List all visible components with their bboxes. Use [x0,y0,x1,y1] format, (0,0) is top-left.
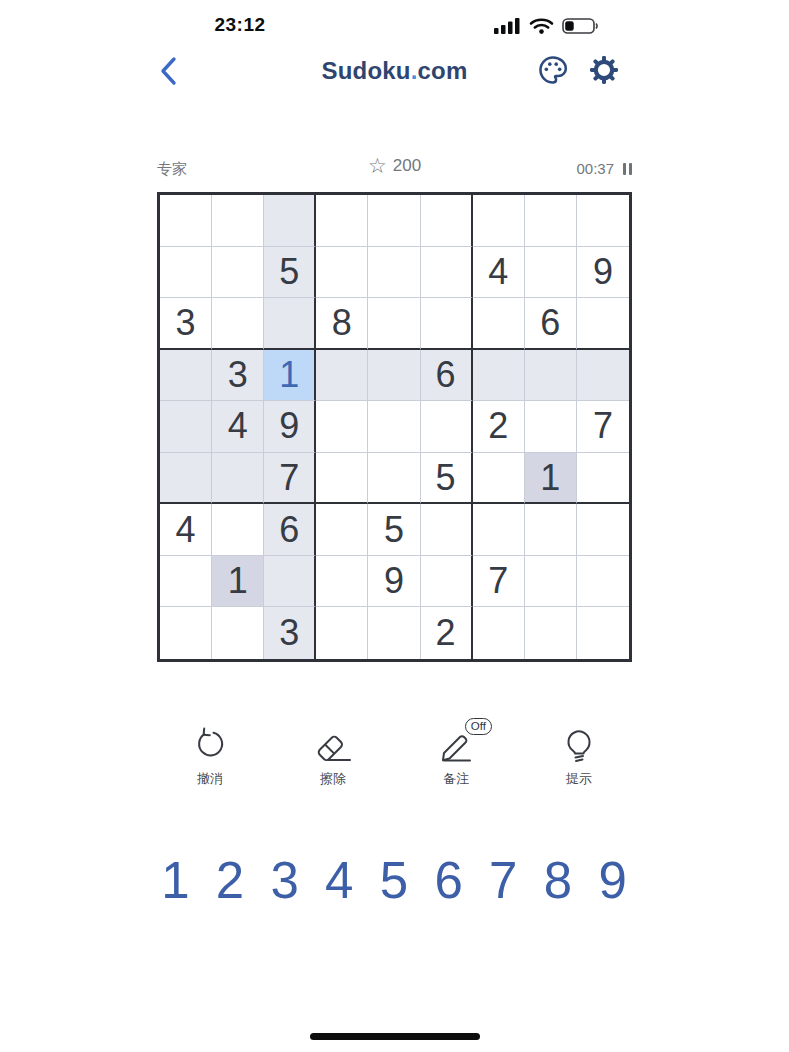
sudoku-app-screen: 23:12 [0,0,789,1052]
cell-r8c7[interactable]: 7 [473,556,525,608]
status-icons [494,17,644,39]
cell-r3c5[interactable] [368,298,420,350]
undo-label: 撤消 [197,770,223,788]
erase-button[interactable]: 擦除 [290,722,376,796]
cell-r5c3[interactable]: 9 [264,401,316,453]
hint-label: 提示 [566,770,592,788]
cell-r8c9[interactable] [577,556,629,608]
cell-r6c1[interactable] [160,453,212,505]
cell-r3c8[interactable]: 6 [525,298,577,350]
cell-r4c6[interactable]: 6 [421,350,473,402]
numpad-2[interactable]: 2 [216,855,244,906]
cell-r1c7[interactable] [473,195,525,247]
hint-button[interactable]: 提示 [536,722,622,796]
cell-r4c4[interactable] [316,350,368,402]
cell-r1c9[interactable] [577,195,629,247]
cell-r1c3[interactable] [264,195,316,247]
erase-label: 擦除 [320,770,346,788]
numpad-9[interactable]: 9 [598,855,626,906]
cell-r9c1[interactable] [160,607,212,659]
cell-r8c3[interactable] [264,556,316,608]
cell-r3c9[interactable] [577,298,629,350]
battery-icon [562,17,600,39]
cell-r4c1[interactable] [160,350,212,402]
cell-r8c4[interactable] [316,556,368,608]
undo-icon [191,722,229,766]
lightbulb-icon [561,722,597,766]
home-indicator[interactable] [310,1033,480,1040]
timer-display: 00:37 [500,160,632,177]
cell-r2c6[interactable] [421,247,473,299]
gear-icon [588,54,620,90]
cell-r1c4[interactable] [316,195,368,247]
cell-r4c5[interactable] [368,350,420,402]
cell-r8c6[interactable] [421,556,473,608]
status-time: 23:12 [190,14,290,36]
cell-r1c6[interactable] [421,195,473,247]
cell-r1c2[interactable] [212,195,264,247]
numpad-4[interactable]: 4 [325,855,353,906]
cell-r5c2[interactable]: 4 [212,401,264,453]
cell-r4c2[interactable]: 3 [212,350,264,402]
cell-r1c8[interactable] [525,195,577,247]
cell-r7c5[interactable]: 5 [368,504,420,556]
cell-r8c8[interactable] [525,556,577,608]
cell-r3c4[interactable]: 8 [316,298,368,350]
cell-r9c9[interactable] [577,607,629,659]
cell-r5c9[interactable]: 7 [577,401,629,453]
cell-r7c3[interactable]: 6 [264,504,316,556]
cell-r6c7[interactable] [473,453,525,505]
cell-r4c9[interactable] [577,350,629,402]
timer-value: 00:37 [576,160,614,177]
cell-r3c6[interactable] [421,298,473,350]
numpad-6[interactable]: 6 [434,855,462,906]
cell-r3c7[interactable] [473,298,525,350]
cellular-signal-icon [494,17,521,39]
cell-r8c1[interactable] [160,556,212,608]
numpad-3[interactable]: 3 [270,855,298,906]
cell-r6c2[interactable] [212,453,264,505]
cell-r7c1[interactable]: 4 [160,504,212,556]
cell-r9c5[interactable] [368,607,420,659]
cell-r5c6[interactable] [421,401,473,453]
app-title-dot: . [411,57,418,84]
settings-button[interactable] [586,54,622,90]
cell-r3c2[interactable] [212,298,264,350]
pause-icon [623,163,626,175]
cell-r6c8[interactable]: 1 [525,453,577,505]
cell-r9c4[interactable] [316,607,368,659]
cell-r4c3[interactable]: 1 [264,350,316,402]
cell-r9c6[interactable]: 2 [421,607,473,659]
star-icon: ☆ [368,156,387,176]
number-pad: 123456789 [148,843,640,917]
score-display: ☆ 200 [344,156,445,176]
cell-r9c3[interactable]: 3 [264,607,316,659]
theme-palette-button[interactable] [535,54,571,90]
score-value: 200 [393,156,421,176]
cell-r4c8[interactable] [525,350,577,402]
cell-r6c6[interactable]: 5 [421,453,473,505]
cell-r7c9[interactable] [577,504,629,556]
cell-r5c5[interactable] [368,401,420,453]
cell-r4c7[interactable] [473,350,525,402]
cell-r7c6[interactable] [421,504,473,556]
cell-r5c7[interactable]: 2 [473,401,525,453]
notes-button[interactable]: Off 备注 [413,722,499,796]
cell-r2c7[interactable]: 4 [473,247,525,299]
cell-r1c5[interactable] [368,195,420,247]
cell-r2c4[interactable] [316,247,368,299]
difficulty-label: 专家 [157,160,187,179]
pause-button[interactable] [623,162,632,175]
numpad-7[interactable]: 7 [489,855,517,906]
cell-r9c8[interactable] [525,607,577,659]
cell-r2c1[interactable] [160,247,212,299]
cell-r5c4[interactable] [316,401,368,453]
eraser-icon [312,722,354,766]
cell-r6c4[interactable] [316,453,368,505]
cell-r5c1[interactable] [160,401,212,453]
cell-r2c3[interactable]: 5 [264,247,316,299]
app-title: Sudoku.com [0,57,789,85]
cell-r6c5[interactable] [368,453,420,505]
numpad-5[interactable]: 5 [380,855,408,906]
cell-r1c1[interactable] [160,195,212,247]
cell-r8c2[interactable]: 1 [212,556,264,608]
cell-r8c5[interactable]: 9 [368,556,420,608]
wifi-icon [529,17,554,39]
cell-r5c8[interactable] [525,401,577,453]
numpad-1[interactable]: 1 [161,855,189,906]
cell-r2c5[interactable] [368,247,420,299]
pencil-icon: Off [436,722,476,766]
palette-icon [537,54,569,90]
cell-r9c2[interactable] [212,607,264,659]
app-title-main: Sudoku [321,57,410,84]
cell-r3c3[interactable] [264,298,316,350]
numpad-8[interactable]: 8 [544,855,572,906]
notes-label: 备注 [443,770,469,788]
cell-r2c2[interactable] [212,247,264,299]
cell-r7c2[interactable] [212,504,264,556]
notes-off-badge: Off [465,718,492,735]
app-title-suffix: com [418,57,468,84]
undo-button[interactable]: 撤消 [167,722,253,796]
cell-r3c1[interactable]: 3 [160,298,212,350]
cell-r6c3[interactable]: 7 [264,453,316,505]
cell-r7c7[interactable] [473,504,525,556]
cell-r6c9[interactable] [577,453,629,505]
cell-r7c4[interactable] [316,504,368,556]
cell-r7c8[interactable] [525,504,577,556]
sudoku-board: 549386316492775146519732 [157,192,632,662]
cell-r2c9[interactable]: 9 [577,247,629,299]
cell-r2c8[interactable] [525,247,577,299]
cell-r9c7[interactable] [473,607,525,659]
